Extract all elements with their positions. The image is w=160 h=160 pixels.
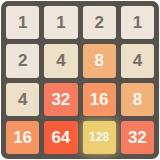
tile-r4c2-value-64: 64 — [44, 121, 77, 154]
game-board[interactable]: 11212484432168166412832 — [1, 1, 159, 159]
page-background: 11212484432168166412832 — [0, 0, 160, 160]
tile-r1c3-value-2: 2 — [83, 6, 116, 39]
tile-r1c4-value-1: 1 — [121, 6, 154, 39]
tile-r1c2-value-1: 1 — [44, 6, 77, 39]
tile-r2c2-value-4: 4 — [44, 44, 77, 77]
tile-r2c3-value-8: 8 — [83, 44, 116, 77]
tile-r3c2-value-32: 32 — [44, 83, 77, 116]
tile-r4c3-value-128: 128 — [83, 121, 116, 154]
tile-r4c1-value-16: 16 — [6, 121, 39, 154]
tile-r4c4-value-32: 32 — [121, 121, 154, 154]
tile-r2c4-value-4: 4 — [121, 44, 154, 77]
tile-r1c1-value-1: 1 — [6, 6, 39, 39]
tile-r3c4-value-8: 8 — [121, 83, 154, 116]
tile-r3c3-value-16: 16 — [83, 83, 116, 116]
tile-r2c1-value-2: 2 — [6, 44, 39, 77]
tile-r3c1-value-4: 4 — [6, 83, 39, 116]
